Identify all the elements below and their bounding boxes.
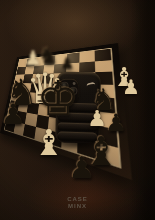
case-brand-logo [86, 81, 96, 90]
camera-module [58, 78, 79, 104]
puffer-ridge [58, 102, 98, 112]
camera-lens [60, 93, 68, 101]
puffer-ridge [58, 112, 98, 122]
photo-canvas: ♟♞♟♝♟♛♞♟♚♞♟♟♝♝♟ CASE MINX [0, 0, 155, 220]
square-g7 [79, 61, 94, 73]
watermark-line1: CASE [67, 196, 88, 203]
square-h7 [94, 60, 112, 72]
puffer-ridges [57, 102, 98, 141]
puffer-ridge [57, 122, 97, 132]
camera-lens [60, 82, 68, 90]
puffer-ridge [57, 132, 97, 142]
watermark: CASE MINX [67, 196, 88, 210]
camera-lens [69, 87, 77, 95]
watermark-line2: MINX [67, 203, 88, 210]
phone-puffer-case [55, 71, 101, 143]
camera-flash [73, 82, 76, 85]
